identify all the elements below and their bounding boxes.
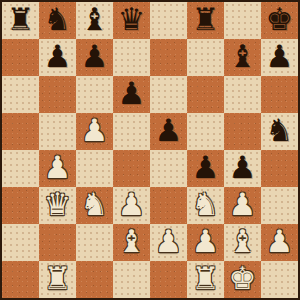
square-e2[interactable]: ♟ [150, 224, 187, 261]
square-d5[interactable] [113, 113, 150, 150]
square-d8[interactable]: ♛ [113, 2, 150, 39]
square-h6[interactable] [261, 76, 298, 113]
black-pawn[interactable]: ♟ [118, 78, 146, 109]
square-g2[interactable]: ♝ [224, 224, 261, 261]
square-c2[interactable] [76, 224, 113, 261]
square-a3[interactable] [2, 187, 39, 224]
square-a1[interactable] [2, 261, 39, 298]
black-pawn[interactable]: ♟ [155, 115, 183, 146]
white-pawn[interactable]: ♟ [192, 226, 220, 257]
black-queen[interactable]: ♛ [118, 4, 146, 35]
white-bishop[interactable]: ♝ [118, 226, 146, 257]
square-d1[interactable] [113, 261, 150, 298]
square-f1[interactable]: ♜ [187, 261, 224, 298]
square-b6[interactable] [39, 76, 76, 113]
square-f6[interactable] [187, 76, 224, 113]
square-c6[interactable] [76, 76, 113, 113]
square-g1[interactable]: ♚ [224, 261, 261, 298]
square-b4[interactable]: ♟ [39, 150, 76, 187]
white-pawn[interactable]: ♟ [266, 226, 294, 257]
black-rook[interactable]: ♜ [7, 4, 35, 35]
black-king[interactable]: ♚ [266, 4, 294, 35]
white-bishop[interactable]: ♝ [229, 226, 257, 257]
square-h3[interactable] [261, 187, 298, 224]
black-rook[interactable]: ♜ [192, 4, 220, 35]
white-queen[interactable]: ♛ [44, 189, 72, 220]
square-a4[interactable] [2, 150, 39, 187]
square-f2[interactable]: ♟ [187, 224, 224, 261]
square-f4[interactable]: ♟ [187, 150, 224, 187]
square-a5[interactable] [2, 113, 39, 150]
square-g3[interactable]: ♟ [224, 187, 261, 224]
black-pawn[interactable]: ♟ [81, 41, 109, 72]
square-c4[interactable] [76, 150, 113, 187]
black-knight[interactable]: ♞ [44, 4, 72, 35]
square-e5[interactable]: ♟ [150, 113, 187, 150]
square-c8[interactable]: ♝ [76, 2, 113, 39]
white-pawn[interactable]: ♟ [155, 226, 183, 257]
square-e8[interactable] [150, 2, 187, 39]
black-pawn[interactable]: ♟ [229, 152, 257, 183]
square-h8[interactable]: ♚ [261, 2, 298, 39]
square-e7[interactable] [150, 39, 187, 76]
square-d7[interactable] [113, 39, 150, 76]
chess-board: ♜♞♝♛♜♚♟♟♝♟♟♟♟♞♟♟♟♛♞♟♞♟♝♟♟♝♟♜♜♚ [0, 0, 300, 300]
square-h2[interactable]: ♟ [261, 224, 298, 261]
square-e3[interactable] [150, 187, 187, 224]
square-b1[interactable]: ♜ [39, 261, 76, 298]
square-d6[interactable]: ♟ [113, 76, 150, 113]
square-h1[interactable] [261, 261, 298, 298]
square-c1[interactable] [76, 261, 113, 298]
square-b3[interactable]: ♛ [39, 187, 76, 224]
square-c7[interactable]: ♟ [76, 39, 113, 76]
white-knight[interactable]: ♞ [81, 189, 109, 220]
black-pawn[interactable]: ♟ [266, 41, 294, 72]
square-a6[interactable] [2, 76, 39, 113]
square-g5[interactable] [224, 113, 261, 150]
white-pawn[interactable]: ♟ [118, 189, 146, 220]
square-f7[interactable] [187, 39, 224, 76]
square-h7[interactable]: ♟ [261, 39, 298, 76]
square-d3[interactable]: ♟ [113, 187, 150, 224]
black-bishop[interactable]: ♝ [81, 4, 109, 35]
square-b5[interactable] [39, 113, 76, 150]
black-pawn[interactable]: ♟ [192, 152, 220, 183]
square-b2[interactable] [39, 224, 76, 261]
white-knight[interactable]: ♞ [192, 189, 220, 220]
white-king[interactable]: ♚ [229, 263, 257, 294]
square-b8[interactable]: ♞ [39, 2, 76, 39]
black-knight[interactable]: ♞ [266, 115, 294, 146]
square-b7[interactable]: ♟ [39, 39, 76, 76]
white-pawn[interactable]: ♟ [44, 152, 72, 183]
square-f3[interactable]: ♞ [187, 187, 224, 224]
black-bishop[interactable]: ♝ [229, 41, 257, 72]
square-g6[interactable] [224, 76, 261, 113]
square-g7[interactable]: ♝ [224, 39, 261, 76]
white-rook[interactable]: ♜ [44, 263, 72, 294]
white-rook[interactable]: ♜ [192, 263, 220, 294]
square-c3[interactable]: ♞ [76, 187, 113, 224]
square-c5[interactable]: ♟ [76, 113, 113, 150]
square-h5[interactable]: ♞ [261, 113, 298, 150]
square-g4[interactable]: ♟ [224, 150, 261, 187]
square-e1[interactable] [150, 261, 187, 298]
square-a8[interactable]: ♜ [2, 2, 39, 39]
square-d2[interactable]: ♝ [113, 224, 150, 261]
square-a2[interactable] [2, 224, 39, 261]
square-e6[interactable] [150, 76, 187, 113]
square-h4[interactable] [261, 150, 298, 187]
square-g8[interactable] [224, 2, 261, 39]
square-d4[interactable] [113, 150, 150, 187]
square-f5[interactable] [187, 113, 224, 150]
square-e4[interactable] [150, 150, 187, 187]
square-f8[interactable]: ♜ [187, 2, 224, 39]
square-a7[interactable] [2, 39, 39, 76]
black-pawn[interactable]: ♟ [44, 41, 72, 72]
white-pawn[interactable]: ♟ [229, 189, 257, 220]
white-pawn[interactable]: ♟ [81, 115, 109, 146]
